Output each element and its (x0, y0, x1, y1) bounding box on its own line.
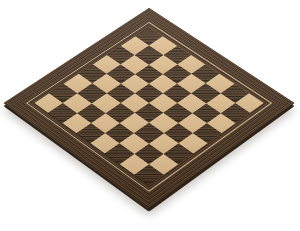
product-photo (0, 0, 300, 231)
chess-board (3, 8, 294, 209)
board-squares (34, 27, 263, 185)
